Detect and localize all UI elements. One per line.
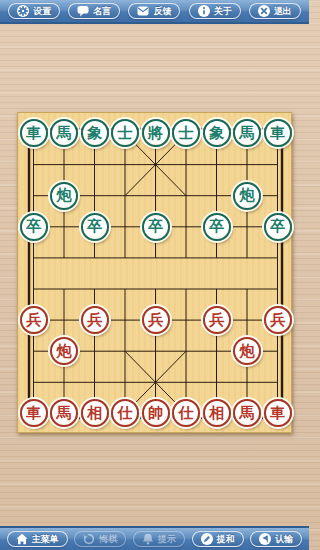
button-label: 名言 xyxy=(93,7,111,16)
piece-black-車[interactable]: 車 xyxy=(264,119,292,147)
board-cell: 卒 xyxy=(18,211,49,242)
piece-black-車[interactable]: 車 xyxy=(20,119,48,147)
piece-red-仕[interactable]: 仕 xyxy=(172,399,200,427)
piece-red-兵[interactable]: 兵 xyxy=(20,306,48,334)
button-label: 退出 xyxy=(274,7,292,16)
board-cell: 兵 xyxy=(140,305,171,336)
board-cell: 卒 xyxy=(201,211,232,242)
button-label: 设置 xyxy=(33,7,51,16)
piece-black-士[interactable]: 士 xyxy=(172,119,200,147)
close-icon xyxy=(258,5,270,17)
undo-icon xyxy=(83,533,95,545)
button-label: 关于 xyxy=(214,7,232,16)
button-label: 提示 xyxy=(158,535,176,544)
piece-red-帥[interactable]: 帥 xyxy=(142,399,170,427)
board-cell: 炮 xyxy=(232,180,263,211)
board-cell: 象 xyxy=(201,118,232,149)
bottom-toolbar: 主菜单悔棋提示提和认输 xyxy=(0,526,309,550)
board-cell: 兵 xyxy=(262,305,293,336)
board-cell: 兵 xyxy=(201,305,232,336)
board-cell: 馬 xyxy=(232,118,263,149)
button-label: 提和 xyxy=(217,535,235,544)
piece-red-車[interactable]: 車 xyxy=(264,399,292,427)
board-cell: 士 xyxy=(110,118,141,149)
piece-black-士[interactable]: 士 xyxy=(111,119,139,147)
piece-red-兵[interactable]: 兵 xyxy=(203,306,231,334)
about-button[interactable]: 关于 xyxy=(189,3,241,19)
quotes-button[interactable]: 名言 xyxy=(68,3,120,19)
board-cell: 兵 xyxy=(79,305,110,336)
board-cell: 馬 xyxy=(232,398,263,429)
piece-black-將[interactable]: 將 xyxy=(142,119,170,147)
piece-black-炮[interactable]: 炮 xyxy=(233,182,261,210)
info-icon xyxy=(198,5,210,17)
gear-icon xyxy=(17,5,29,17)
board-cell: 車 xyxy=(18,398,49,429)
piece-black-卒[interactable]: 卒 xyxy=(142,213,170,241)
piece-red-兵[interactable]: 兵 xyxy=(81,306,109,334)
feedback-button[interactable]: 反馈 xyxy=(128,3,180,19)
piece-black-象[interactable]: 象 xyxy=(81,119,109,147)
board-cell: 仕 xyxy=(171,398,202,429)
board-cell: 炮 xyxy=(49,180,80,211)
piece-red-馬[interactable]: 馬 xyxy=(233,399,261,427)
home-icon xyxy=(16,533,28,545)
board-cell: 帥 xyxy=(140,398,171,429)
envelope-icon xyxy=(137,5,149,17)
button-label: 反馈 xyxy=(153,7,171,16)
piece-black-炮[interactable]: 炮 xyxy=(50,182,78,210)
pencil-icon xyxy=(201,533,213,545)
piece-red-相[interactable]: 相 xyxy=(81,399,109,427)
piece-red-兵[interactable]: 兵 xyxy=(142,306,170,334)
board-cell: 將 xyxy=(140,118,171,149)
piece-black-象[interactable]: 象 xyxy=(203,119,231,147)
piece-red-馬[interactable]: 馬 xyxy=(50,399,78,427)
piece-black-卒[interactable]: 卒 xyxy=(81,213,109,241)
settings-button[interactable]: 设置 xyxy=(8,3,60,19)
board-cell: 馬 xyxy=(49,398,80,429)
xiangqi-board: 車馬象士將士象馬車炮炮卒卒卒卒卒兵兵兵兵兵炮炮車馬相仕帥仕相馬車 xyxy=(17,112,292,433)
board-cell: 兵 xyxy=(18,305,49,336)
bell-icon xyxy=(142,533,154,545)
board-cell: 相 xyxy=(201,398,232,429)
piece-black-卒[interactable]: 卒 xyxy=(264,213,292,241)
board-cell: 炮 xyxy=(49,336,80,367)
board-cell: 象 xyxy=(79,118,110,149)
piece-red-炮[interactable]: 炮 xyxy=(233,337,261,365)
board-cell: 卒 xyxy=(262,211,293,242)
board-cell: 仕 xyxy=(110,398,141,429)
board-cell: 相 xyxy=(79,398,110,429)
speech-bubble-icon xyxy=(77,5,89,17)
button-label: 悔棋 xyxy=(99,535,117,544)
piece-black-卒[interactable]: 卒 xyxy=(203,213,231,241)
main-menu-button[interactable]: 主菜单 xyxy=(7,531,68,547)
board-cell: 炮 xyxy=(232,336,263,367)
flag-icon xyxy=(259,533,271,545)
board-cell: 車 xyxy=(262,398,293,429)
piece-black-馬[interactable]: 馬 xyxy=(50,119,78,147)
offer-draw-button[interactable]: 提和 xyxy=(192,531,244,547)
board-cell: 士 xyxy=(171,118,202,149)
piece-black-卒[interactable]: 卒 xyxy=(20,213,48,241)
hint-button: 提示 xyxy=(133,531,185,547)
board-cell: 馬 xyxy=(49,118,80,149)
board-cell: 車 xyxy=(262,118,293,149)
undo-move-button: 悔棋 xyxy=(74,531,126,547)
board-cell: 卒 xyxy=(79,211,110,242)
piece-red-仕[interactable]: 仕 xyxy=(111,399,139,427)
piece-black-馬[interactable]: 馬 xyxy=(233,119,261,147)
top-toolbar: 设置名言反馈关于退出 xyxy=(0,0,309,24)
resign-button[interactable]: 认输 xyxy=(250,531,302,547)
piece-red-兵[interactable]: 兵 xyxy=(264,306,292,334)
button-label: 认输 xyxy=(275,535,293,544)
exit-button[interactable]: 退出 xyxy=(249,3,301,19)
piece-red-車[interactable]: 車 xyxy=(20,399,48,427)
button-label: 主菜单 xyxy=(32,535,59,544)
piece-red-相[interactable]: 相 xyxy=(203,399,231,427)
piece-red-炮[interactable]: 炮 xyxy=(50,337,78,365)
pieces-layer: 車馬象士將士象馬車炮炮卒卒卒卒卒兵兵兵兵兵炮炮車馬相仕帥仕相馬車 xyxy=(18,118,293,429)
board-cell: 卒 xyxy=(140,211,171,242)
board-cell: 車 xyxy=(18,118,49,149)
